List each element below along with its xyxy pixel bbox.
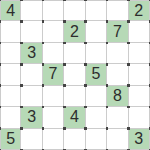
cell-r5c5[interactable] bbox=[107, 107, 128, 128]
grid-intersection-dot bbox=[20, 127, 23, 130]
grid-intersection-dot bbox=[149, 0, 150, 1]
grid-intersection-dot bbox=[20, 84, 23, 87]
cell-r2c4[interactable] bbox=[86, 43, 107, 64]
grid-intersection-dot bbox=[20, 42, 23, 45]
cell-r6c2[interactable] bbox=[43, 129, 64, 150]
grid-intersection-dot bbox=[0, 149, 1, 150]
grid-intersection-dot bbox=[42, 20, 45, 23]
cell-r4c1[interactable] bbox=[21, 86, 42, 107]
grid-intersection-dot bbox=[149, 149, 150, 150]
clue-cell-r5c3: 4 bbox=[64, 107, 85, 128]
grid-intersection-dot bbox=[106, 127, 109, 130]
grid-intersection-dot bbox=[149, 127, 150, 130]
grid-intersection-dot bbox=[106, 149, 109, 150]
clue-number: 3 bbox=[134, 130, 143, 146]
clue-number: 3 bbox=[27, 109, 36, 125]
grid-intersection-dot bbox=[20, 106, 23, 109]
grid-intersection-dot bbox=[127, 63, 130, 66]
grid-intersection-dot bbox=[0, 42, 1, 45]
cell-r1c6[interactable] bbox=[129, 21, 150, 42]
cell-r4c4[interactable] bbox=[86, 86, 107, 107]
cell-r0c3[interactable] bbox=[64, 0, 85, 21]
cell-r5c4[interactable] bbox=[86, 107, 107, 128]
grid-intersection-dot bbox=[84, 42, 87, 45]
grid-intersection-dot bbox=[127, 0, 130, 1]
cell-r3c1[interactable] bbox=[21, 64, 42, 85]
grid-intersection-dot bbox=[84, 149, 87, 150]
cell-r4c2[interactable] bbox=[43, 86, 64, 107]
grid-intersection-dot bbox=[20, 0, 23, 1]
clue-cell-r3c2: 7 bbox=[43, 64, 64, 85]
grid-intersection-dot bbox=[84, 127, 87, 130]
grid-intersection-dot bbox=[0, 0, 1, 1]
grid-intersection-dot bbox=[84, 20, 87, 23]
clue-number: 2 bbox=[134, 2, 143, 18]
cell-r6c5[interactable] bbox=[107, 129, 128, 150]
grid-intersection-dot bbox=[106, 63, 109, 66]
grid-intersection-dot bbox=[42, 0, 45, 1]
grid-intersection-dot bbox=[63, 42, 66, 45]
grid-intersection-dot bbox=[0, 84, 1, 87]
cell-r4c6[interactable] bbox=[129, 86, 150, 107]
grid-intersection-dot bbox=[63, 149, 66, 150]
clue-cell-r5c1: 3 bbox=[21, 107, 42, 128]
clue-cell-r0c6: 2 bbox=[129, 0, 150, 21]
clue-number: 5 bbox=[91, 66, 100, 82]
grid-intersection-dot bbox=[42, 149, 45, 150]
grid-intersection-dot bbox=[20, 63, 23, 66]
clue-number: 4 bbox=[70, 109, 79, 125]
cell-r4c0[interactable] bbox=[0, 86, 21, 107]
grid-intersection-dot bbox=[106, 20, 109, 23]
clue-number: 8 bbox=[113, 87, 122, 103]
grid-intersection-dot bbox=[63, 20, 66, 23]
cell-r1c4[interactable] bbox=[86, 21, 107, 42]
grid-intersection-dot bbox=[127, 149, 130, 150]
cell-r6c1[interactable] bbox=[21, 129, 42, 150]
grid-intersection-dot bbox=[84, 63, 87, 66]
clue-cell-r3c4: 5 bbox=[86, 64, 107, 85]
cell-r2c0[interactable] bbox=[0, 43, 21, 64]
clue-number: 5 bbox=[6, 130, 15, 146]
grid-intersection-dot bbox=[127, 127, 130, 130]
grid-intersection-dot bbox=[106, 84, 109, 87]
grid-intersection-dot bbox=[127, 20, 130, 23]
clue-number: 2 bbox=[70, 23, 79, 39]
grid-intersection-dot bbox=[63, 127, 66, 130]
grid-intersection-dot bbox=[42, 42, 45, 45]
grid-intersection-dot bbox=[127, 106, 130, 109]
cell-r2c2[interactable] bbox=[43, 43, 64, 64]
clue-cell-r0c0: 4 bbox=[0, 0, 21, 21]
grid-intersection-dot bbox=[84, 106, 87, 109]
cell-r0c1[interactable] bbox=[21, 0, 42, 21]
grid-intersection-dot bbox=[63, 84, 66, 87]
clue-number: 3 bbox=[27, 45, 36, 61]
clue-cell-r1c3: 2 bbox=[64, 21, 85, 42]
cell-r3c3[interactable] bbox=[64, 64, 85, 85]
grid-intersection-dot bbox=[63, 63, 66, 66]
grid-intersection-dot bbox=[106, 42, 109, 45]
grid-intersection-dot bbox=[127, 84, 130, 87]
grid-intersection-dot bbox=[84, 84, 87, 87]
cell-r6c4[interactable] bbox=[86, 129, 107, 150]
grid-intersection-dot bbox=[20, 20, 23, 23]
cell-r0c2[interactable] bbox=[43, 0, 64, 21]
clue-number: 4 bbox=[6, 2, 15, 18]
cell-r0c4[interactable] bbox=[86, 0, 107, 21]
clue-number: 7 bbox=[113, 23, 122, 39]
grid-intersection-dot bbox=[106, 106, 109, 109]
grid-intersection-dot bbox=[42, 127, 45, 130]
cell-r3c5[interactable] bbox=[107, 64, 128, 85]
grid-intersection-dot bbox=[0, 20, 1, 23]
grid-intersection-dot bbox=[42, 106, 45, 109]
cell-r0c5[interactable] bbox=[107, 0, 128, 21]
cell-r5c0[interactable] bbox=[0, 107, 21, 128]
clue-cell-r6c6: 3 bbox=[129, 129, 150, 150]
puzzle-board: 422737583453 bbox=[0, 0, 150, 150]
grid-intersection-dot bbox=[63, 0, 66, 1]
clue-number: 7 bbox=[49, 66, 58, 82]
grid-intersection-dot bbox=[106, 0, 109, 1]
cell-r3c0[interactable] bbox=[0, 64, 21, 85]
grid-intersection-dot bbox=[0, 63, 1, 66]
clue-cell-r4c5: 8 bbox=[107, 86, 128, 107]
grid-intersection-dot bbox=[149, 106, 150, 109]
clue-cell-r6c0: 5 bbox=[0, 129, 21, 150]
grid-intersection-dot bbox=[127, 42, 130, 45]
cell-r4c3[interactable] bbox=[64, 86, 85, 107]
cell-r1c0[interactable] bbox=[0, 21, 21, 42]
clue-cell-r2c1: 3 bbox=[21, 43, 42, 64]
grid-intersection-dot bbox=[0, 127, 1, 130]
cell-r2c6[interactable] bbox=[129, 43, 150, 64]
cell-r2c3[interactable] bbox=[64, 43, 85, 64]
clue-cell-r1c5: 7 bbox=[107, 21, 128, 42]
cell-r2c5[interactable] bbox=[107, 43, 128, 64]
cell-r3c6[interactable] bbox=[129, 64, 150, 85]
grid-intersection-dot bbox=[149, 63, 150, 66]
cell-r5c6[interactable] bbox=[129, 107, 150, 128]
grid-intersection-dot bbox=[149, 84, 150, 87]
cell-r1c1[interactable] bbox=[21, 21, 42, 42]
cell-r1c2[interactable] bbox=[43, 21, 64, 42]
grid-intersection-dot bbox=[0, 106, 1, 109]
grid-intersection-dot bbox=[63, 106, 66, 109]
grid-intersection-dot bbox=[84, 0, 87, 1]
grid-intersection-dot bbox=[42, 63, 45, 66]
grid-intersection-dot bbox=[42, 84, 45, 87]
grid-intersection-dot bbox=[149, 42, 150, 45]
cell-r6c3[interactable] bbox=[64, 129, 85, 150]
cell-r5c2[interactable] bbox=[43, 107, 64, 128]
grid-intersection-dot bbox=[20, 149, 23, 150]
grid-intersection-dot bbox=[149, 20, 150, 23]
